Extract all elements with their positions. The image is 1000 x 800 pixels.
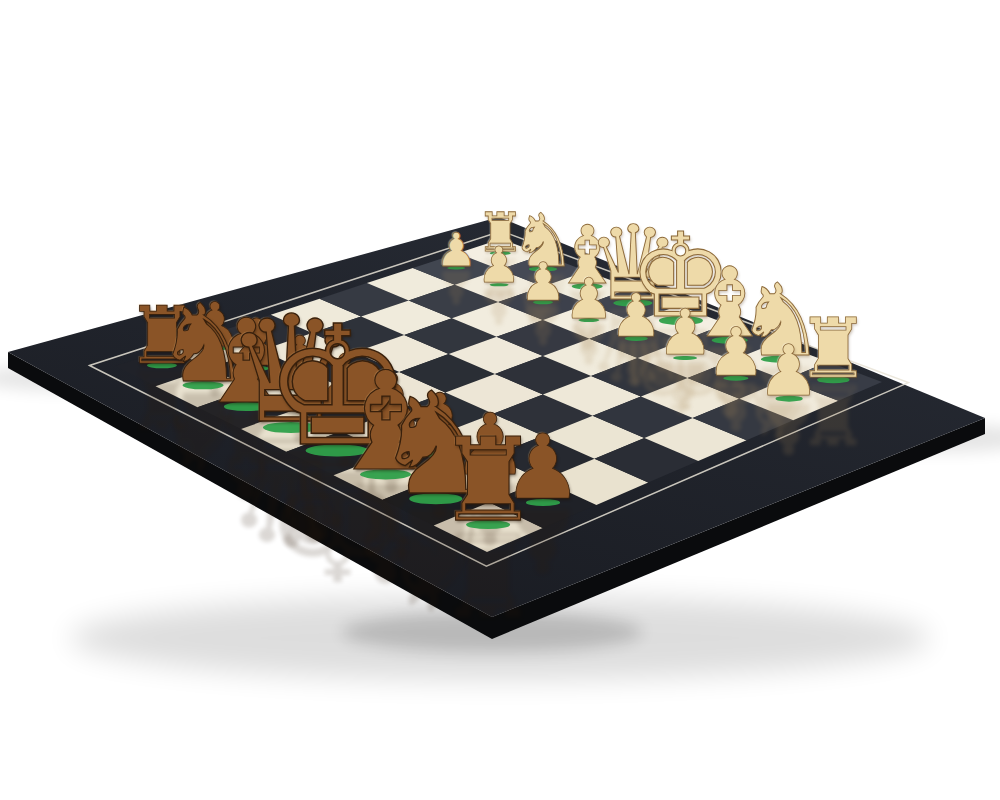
chess-board [0, 0, 1000, 800]
chess-set-photo: ♜♜♞♞♝♝♛♛♚♚♝♝♞♞♜♜♟♟♟♟♟♟♟♟♟♟♟♟♟♟♟♟♟♟♟♟♟♟♟♟… [0, 0, 1000, 800]
